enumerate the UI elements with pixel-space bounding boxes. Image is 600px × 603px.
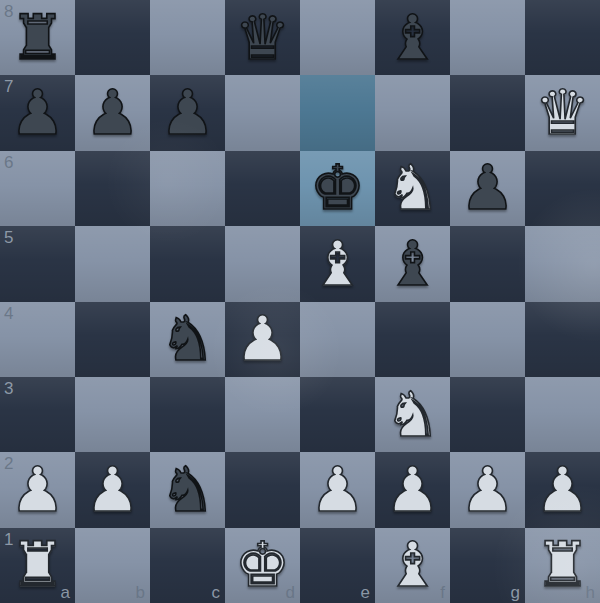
square-f8[interactable]: ♝ — [375, 0, 450, 75]
square-a4[interactable]: 4 — [0, 302, 75, 377]
square-g3[interactable] — [450, 377, 525, 452]
square-e2[interactable]: ♟ — [300, 452, 375, 527]
square-c2[interactable]: ♞ — [150, 452, 225, 527]
square-f4[interactable] — [375, 302, 450, 377]
square-g4[interactable] — [450, 302, 525, 377]
square-c3[interactable] — [150, 377, 225, 452]
piece-black-knight[interactable]: ♞ — [160, 459, 216, 521]
square-c6[interactable] — [150, 151, 225, 226]
rank-label-4: 4 — [4, 305, 13, 322]
square-e5[interactable]: ♝ — [300, 226, 375, 301]
square-c1[interactable]: c — [150, 528, 225, 603]
chess-board: ♜8♛♝♟7♟♟♛6♚♞♟5♝♝4♞♟3♞♟2♟♞♟♟♟♟♜1abc♚de♝fg… — [0, 0, 600, 603]
square-f3[interactable]: ♞ — [375, 377, 450, 452]
piece-white-pawn[interactable]: ♟ — [535, 459, 591, 521]
square-a2[interactable]: ♟2 — [0, 452, 75, 527]
square-a8[interactable]: ♜8 — [0, 0, 75, 75]
square-h7[interactable]: ♛ — [525, 75, 600, 150]
piece-white-rook[interactable]: ♜ — [10, 534, 66, 596]
square-h6[interactable] — [525, 151, 600, 226]
piece-white-pawn[interactable]: ♟ — [385, 459, 441, 521]
square-b3[interactable] — [75, 377, 150, 452]
piece-black-king[interactable]: ♚ — [310, 157, 366, 219]
piece-black-bishop[interactable]: ♝ — [385, 233, 441, 295]
square-c8[interactable] — [150, 0, 225, 75]
square-f7[interactable] — [375, 75, 450, 150]
piece-white-knight[interactable]: ♞ — [385, 157, 441, 219]
square-f1[interactable]: ♝f — [375, 528, 450, 603]
file-label-e: e — [361, 584, 370, 601]
square-a3[interactable]: 3 — [0, 377, 75, 452]
piece-white-pawn[interactable]: ♟ — [460, 459, 516, 521]
piece-black-pawn[interactable]: ♟ — [160, 82, 216, 144]
square-h2[interactable]: ♟ — [525, 452, 600, 527]
square-a1[interactable]: ♜1a — [0, 528, 75, 603]
piece-white-pawn[interactable]: ♟ — [10, 459, 66, 521]
piece-black-pawn[interactable]: ♟ — [85, 82, 141, 144]
piece-white-king[interactable]: ♚ — [235, 534, 291, 596]
square-d6[interactable] — [225, 151, 300, 226]
piece-white-rook[interactable]: ♜ — [535, 534, 591, 596]
piece-black-pawn[interactable]: ♟ — [460, 157, 516, 219]
piece-white-bishop[interactable]: ♝ — [385, 534, 441, 596]
square-b8[interactable] — [75, 0, 150, 75]
square-b1[interactable]: b — [75, 528, 150, 603]
square-g1[interactable]: g — [450, 528, 525, 603]
square-d7[interactable] — [225, 75, 300, 150]
square-b6[interactable] — [75, 151, 150, 226]
square-h3[interactable] — [525, 377, 600, 452]
square-e3[interactable] — [300, 377, 375, 452]
piece-white-queen[interactable]: ♛ — [535, 82, 591, 144]
square-a7[interactable]: ♟7 — [0, 75, 75, 150]
square-e1[interactable]: e — [300, 528, 375, 603]
file-label-b: b — [136, 584, 145, 601]
square-d2[interactable] — [225, 452, 300, 527]
square-e6[interactable]: ♚ — [300, 151, 375, 226]
square-f6[interactable]: ♞ — [375, 151, 450, 226]
square-g6[interactable]: ♟ — [450, 151, 525, 226]
rank-label-6: 6 — [4, 154, 13, 171]
square-b5[interactable] — [75, 226, 150, 301]
piece-black-rook[interactable]: ♜ — [10, 7, 66, 69]
piece-black-pawn[interactable]: ♟ — [10, 82, 66, 144]
square-b4[interactable] — [75, 302, 150, 377]
square-c5[interactable] — [150, 226, 225, 301]
square-d5[interactable] — [225, 226, 300, 301]
square-h4[interactable] — [525, 302, 600, 377]
square-f5[interactable]: ♝ — [375, 226, 450, 301]
square-f2[interactable]: ♟ — [375, 452, 450, 527]
square-d1[interactable]: ♚d — [225, 528, 300, 603]
square-e4[interactable] — [300, 302, 375, 377]
rank-label-3: 3 — [4, 380, 13, 397]
square-a5[interactable]: 5 — [0, 226, 75, 301]
square-h5[interactable] — [525, 226, 600, 301]
square-d4[interactable]: ♟ — [225, 302, 300, 377]
square-b7[interactable]: ♟ — [75, 75, 150, 150]
square-d3[interactable] — [225, 377, 300, 452]
piece-white-pawn[interactable]: ♟ — [85, 459, 141, 521]
square-g7[interactable] — [450, 75, 525, 150]
square-c7[interactable]: ♟ — [150, 75, 225, 150]
file-label-c: c — [212, 584, 221, 601]
piece-black-queen[interactable]: ♛ — [235, 7, 291, 69]
piece-white-pawn[interactable]: ♟ — [235, 308, 291, 370]
square-h8[interactable] — [525, 0, 600, 75]
square-a6[interactable]: 6 — [0, 151, 75, 226]
chess-board-container: ♜8♛♝♟7♟♟♛6♚♞♟5♝♝4♞♟3♞♟2♟♞♟♟♟♟♜1abc♚de♝fg… — [0, 0, 600, 603]
piece-white-knight[interactable]: ♞ — [385, 384, 441, 446]
square-d8[interactable]: ♛ — [225, 0, 300, 75]
piece-white-bishop[interactable]: ♝ — [310, 233, 366, 295]
square-g8[interactable] — [450, 0, 525, 75]
square-e7[interactable] — [300, 75, 375, 150]
square-g2[interactable]: ♟ — [450, 452, 525, 527]
square-e8[interactable] — [300, 0, 375, 75]
piece-white-pawn[interactable]: ♟ — [310, 459, 366, 521]
square-b2[interactable]: ♟ — [75, 452, 150, 527]
rank-label-5: 5 — [4, 229, 13, 246]
file-label-f: f — [440, 584, 445, 601]
square-c4[interactable]: ♞ — [150, 302, 225, 377]
square-g5[interactable] — [450, 226, 525, 301]
piece-black-bishop[interactable]: ♝ — [385, 7, 441, 69]
file-label-g: g — [511, 584, 520, 601]
piece-black-knight[interactable]: ♞ — [160, 308, 216, 370]
square-h1[interactable]: ♜h — [525, 528, 600, 603]
